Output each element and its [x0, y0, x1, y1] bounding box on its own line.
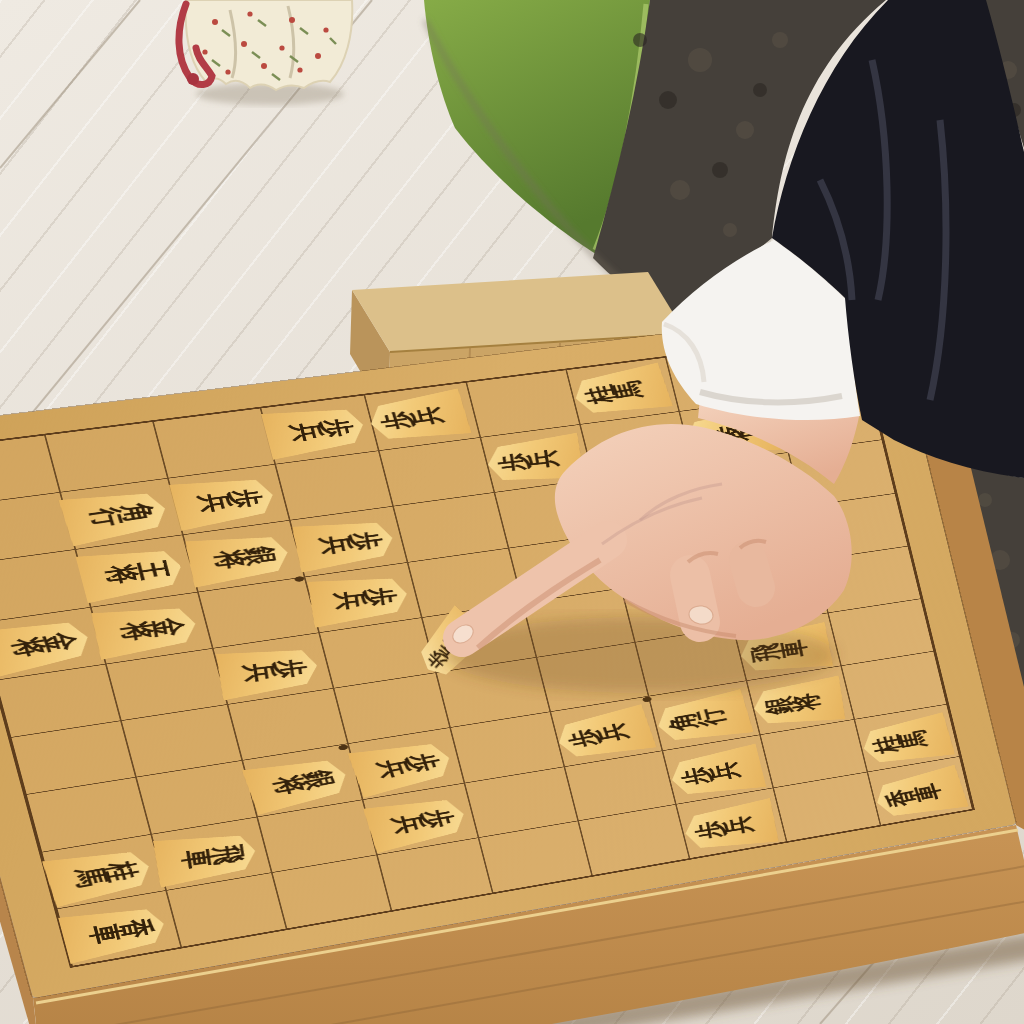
scene-foreground	[0, 0, 1024, 1024]
photo-stage: 香車桂馬玉将飛車銀将桂馬角行歩兵歩兵歩兵歩兵歩兵歩兵歩兵歩兵歩兵歩兵歩兵銀将歩兵…	[0, 0, 1024, 1024]
ring-finger-knuckle	[748, 560, 756, 588]
